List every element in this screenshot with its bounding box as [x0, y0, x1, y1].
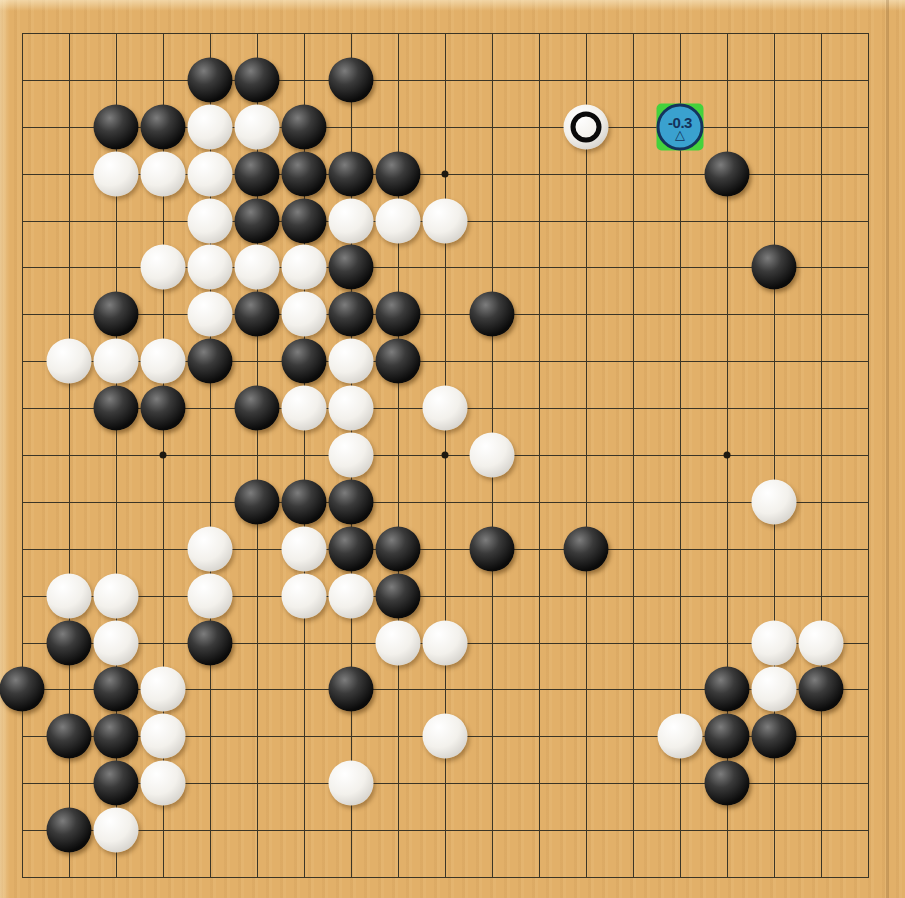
black-stone	[94, 667, 139, 712]
black-stone	[376, 339, 421, 384]
black-stone	[470, 526, 515, 571]
black-stone	[282, 479, 327, 524]
black-stone	[329, 151, 374, 196]
white-stone	[141, 339, 186, 384]
grid-line-horizontal	[22, 830, 869, 831]
white-stone	[94, 573, 139, 618]
black-stone	[752, 714, 797, 759]
white-stone	[141, 151, 186, 196]
white-stone	[376, 620, 421, 665]
black-stone	[282, 151, 327, 196]
black-stone	[47, 620, 92, 665]
black-stone	[329, 292, 374, 337]
ai-suggestion-circle: -0.3△	[657, 103, 704, 150]
black-stone	[564, 526, 609, 571]
white-stone	[141, 667, 186, 712]
white-stone	[141, 761, 186, 806]
white-stone	[235, 104, 280, 149]
black-stone	[235, 386, 280, 431]
white-stone	[188, 526, 233, 571]
black-stone	[329, 245, 374, 290]
white-stone	[752, 620, 797, 665]
star-point	[160, 452, 167, 459]
black-stone	[235, 479, 280, 524]
star-point	[442, 452, 449, 459]
white-stone	[94, 151, 139, 196]
last-move-circle-marker	[571, 111, 602, 142]
go-app-screenshot: -0.3△	[0, 0, 905, 898]
board-edge-highlight-top	[0, 0, 905, 11]
white-stone	[423, 386, 468, 431]
grid-line-vertical	[821, 33, 822, 878]
white-stone	[423, 620, 468, 665]
black-stone	[705, 714, 750, 759]
white-stone	[47, 573, 92, 618]
black-stone	[141, 104, 186, 149]
white-stone	[141, 245, 186, 290]
white-stone	[282, 245, 327, 290]
black-stone	[799, 667, 844, 712]
black-stone	[94, 292, 139, 337]
go-board[interactable]: -0.3△	[0, 0, 905, 898]
white-stone	[235, 245, 280, 290]
white-stone	[188, 151, 233, 196]
black-stone	[235, 292, 280, 337]
white-stone	[47, 339, 92, 384]
black-stone	[94, 714, 139, 759]
white-stone	[188, 292, 233, 337]
black-stone	[376, 151, 421, 196]
black-stone	[282, 198, 327, 243]
white-stone	[329, 761, 374, 806]
black-stone	[329, 479, 374, 524]
white-stone	[423, 714, 468, 759]
black-stone	[47, 714, 92, 759]
white-stone	[423, 198, 468, 243]
grid-line-vertical	[868, 33, 869, 878]
white-stone	[141, 714, 186, 759]
star-point	[724, 452, 731, 459]
white-stone	[799, 620, 844, 665]
white-stone	[94, 339, 139, 384]
white-stone	[188, 104, 233, 149]
black-stone	[376, 526, 421, 571]
white-stone	[329, 339, 374, 384]
white-stone	[329, 386, 374, 431]
white-stone	[282, 526, 327, 571]
black-stone	[47, 808, 92, 853]
black-stone	[376, 573, 421, 618]
black-stone	[188, 339, 233, 384]
white-stone	[470, 433, 515, 478]
white-stone	[329, 198, 374, 243]
grid-line-horizontal	[22, 877, 869, 878]
grid-line-horizontal	[22, 502, 869, 503]
black-stone	[752, 245, 797, 290]
board-edge-seam-right	[886, 0, 889, 898]
white-stone	[752, 479, 797, 524]
black-stone	[329, 667, 374, 712]
white-stone	[282, 573, 327, 618]
ai-suggestion-badge[interactable]: -0.3△	[657, 103, 704, 150]
white-stone	[94, 620, 139, 665]
board-edge-highlight-left	[0, 0, 10, 898]
black-stone	[235, 151, 280, 196]
black-stone	[376, 292, 421, 337]
black-stone	[282, 104, 327, 149]
grid-line-vertical	[586, 33, 587, 878]
black-stone	[0, 667, 45, 712]
triangle-icon: △	[675, 128, 685, 139]
black-stone	[329, 57, 374, 102]
grid-line-vertical	[539, 33, 540, 878]
black-stone	[141, 386, 186, 431]
star-point	[442, 170, 449, 177]
white-stone	[376, 198, 421, 243]
black-stone	[705, 151, 750, 196]
white-stone	[94, 808, 139, 853]
black-stone	[282, 339, 327, 384]
black-stone	[705, 761, 750, 806]
black-stone	[705, 667, 750, 712]
white-stone	[188, 198, 233, 243]
grid-line-horizontal	[22, 549, 869, 550]
grid-line-vertical	[633, 33, 634, 878]
white-stone	[188, 573, 233, 618]
black-stone	[94, 386, 139, 431]
black-stone	[235, 198, 280, 243]
white-stone	[329, 573, 374, 618]
black-stone	[235, 57, 280, 102]
white-stone	[329, 433, 374, 478]
black-stone	[188, 620, 233, 665]
white-stone	[188, 245, 233, 290]
grid-line-horizontal	[22, 596, 869, 597]
white-stone	[752, 667, 797, 712]
black-stone	[94, 104, 139, 149]
black-stone	[329, 526, 374, 571]
black-stone	[470, 292, 515, 337]
black-stone	[188, 57, 233, 102]
white-stone	[658, 714, 703, 759]
black-stone	[94, 761, 139, 806]
white-stone	[282, 386, 327, 431]
white-stone	[282, 292, 327, 337]
